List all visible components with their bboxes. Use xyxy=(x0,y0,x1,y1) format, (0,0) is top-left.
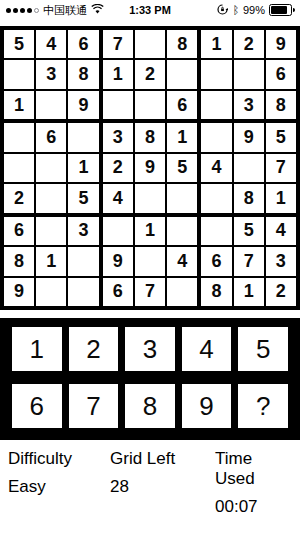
cell-r8c3[interactable] xyxy=(68,247,98,275)
cell-r1c2[interactable]: 4 xyxy=(36,30,66,58)
signal-dot xyxy=(20,8,25,13)
cell-r7c8[interactable]: 5 xyxy=(234,217,264,245)
cell-r1c3[interactable]: 6 xyxy=(68,30,98,58)
footer-bar: Setting Quit Music On xyxy=(0,517,300,533)
numpad-key-7[interactable]: 7 xyxy=(69,384,119,428)
number-pad: 123456789? xyxy=(0,318,300,440)
cell-r3c2[interactable] xyxy=(36,91,66,119)
cell-r3c4[interactable] xyxy=(103,91,133,119)
cell-r2c9[interactable]: 6 xyxy=(266,60,296,88)
bluetooth-icon: ᛒ xyxy=(232,5,239,16)
signal-strength-icon xyxy=(6,8,39,13)
cell-r5c8[interactable] xyxy=(234,154,264,182)
cell-r2c6[interactable] xyxy=(167,60,197,88)
cell-r9c9[interactable]: 2 xyxy=(266,278,296,306)
cell-r7c6[interactable] xyxy=(167,217,197,245)
cell-r6c4[interactable]: 4 xyxy=(103,184,133,212)
board-box-2: 78126 xyxy=(103,30,198,119)
cell-r6c2[interactable] xyxy=(36,184,66,212)
status-left: 中国联通 xyxy=(6,3,129,18)
cell-r4c9[interactable]: 5 xyxy=(266,123,296,151)
cell-r9c6[interactable] xyxy=(167,278,197,306)
cell-r6c7[interactable] xyxy=(201,184,231,212)
numpad-key-8[interactable]: 8 xyxy=(125,384,175,428)
stats-bar: Difficulty Easy Grid Left 28 Time Used 0… xyxy=(0,440,300,517)
cell-r5c5[interactable]: 9 xyxy=(135,154,165,182)
cell-r7c9[interactable]: 4 xyxy=(266,217,296,245)
cell-r3c5[interactable] xyxy=(135,91,165,119)
cell-r1c9[interactable]: 9 xyxy=(266,30,296,58)
cell-r5c6[interactable]: 5 xyxy=(167,154,197,182)
cell-r4c3[interactable] xyxy=(68,123,98,151)
cell-r5c1[interactable] xyxy=(4,154,34,182)
cell-r5c3[interactable]: 1 xyxy=(68,154,98,182)
sudoku-board: 5463819781261296386125381295495478163819… xyxy=(0,26,300,310)
cell-r6c3[interactable]: 5 xyxy=(68,184,98,212)
cell-r7c1[interactable]: 6 xyxy=(4,217,34,245)
cell-r4c1[interactable] xyxy=(4,123,34,151)
cell-r3c8[interactable]: 3 xyxy=(234,91,264,119)
cell-r2c4[interactable]: 1 xyxy=(103,60,133,88)
cell-r1c8[interactable]: 2 xyxy=(234,30,264,58)
numpad-key-1[interactable]: 1 xyxy=(12,327,62,371)
time-used-label: Time Used xyxy=(215,449,292,489)
cell-r8c1[interactable]: 8 xyxy=(4,247,34,275)
board-box-3: 129638 xyxy=(201,30,296,119)
status-right: ᛒ 99% xyxy=(171,4,294,17)
board-box-1: 5463819 xyxy=(4,30,99,119)
time-used-value: 00:07 xyxy=(215,497,292,517)
cell-r9c7[interactable]: 8 xyxy=(201,278,231,306)
grid-left-value: 28 xyxy=(110,477,215,497)
cell-r4c2[interactable]: 6 xyxy=(36,123,66,151)
numpad-key-3[interactable]: 3 xyxy=(125,327,175,371)
cell-r1c7[interactable]: 1 xyxy=(201,30,231,58)
cell-r8c9[interactable]: 3 xyxy=(266,247,296,275)
battery-percent-label: 99% xyxy=(243,4,265,16)
cell-r8c5[interactable] xyxy=(135,247,165,275)
cell-r8c8[interactable]: 7 xyxy=(234,247,264,275)
cell-r2c7[interactable] xyxy=(201,60,231,88)
clock: 1:33 PM xyxy=(129,4,171,16)
cell-r5c9[interactable]: 7 xyxy=(266,154,296,182)
cell-r6c8[interactable]: 8 xyxy=(234,184,264,212)
time-used-stat: Time Used 00:07 xyxy=(215,449,292,517)
cell-r7c7[interactable] xyxy=(201,217,231,245)
cell-r9c5[interactable]: 7 xyxy=(135,278,165,306)
cell-r6c1[interactable]: 2 xyxy=(4,184,34,212)
numpad-key-9[interactable]: 9 xyxy=(182,384,232,428)
cell-r3c6[interactable]: 6 xyxy=(167,91,197,119)
board-box-6: 954781 xyxy=(201,123,296,212)
cell-r4c6[interactable]: 1 xyxy=(167,123,197,151)
cell-r7c5[interactable]: 1 xyxy=(135,217,165,245)
cell-r9c8[interactable]: 1 xyxy=(234,278,264,306)
cell-r8c2[interactable]: 1 xyxy=(36,247,66,275)
signal-dot xyxy=(27,8,32,13)
difficulty-label: Difficulty xyxy=(8,449,110,469)
rotation-lock-icon xyxy=(217,4,228,17)
board-box-5: 3812954 xyxy=(103,123,198,212)
carrier-label: 中国联通 xyxy=(43,3,87,18)
board-box-4: 6125 xyxy=(4,123,99,212)
cell-r4c7[interactable] xyxy=(201,123,231,151)
numpad-key-6[interactable]: 6 xyxy=(12,384,62,428)
difficulty-value: Easy xyxy=(8,477,110,497)
cell-r6c6[interactable] xyxy=(167,184,197,212)
signal-dot xyxy=(34,8,39,13)
cell-r4c8[interactable]: 9 xyxy=(234,123,264,151)
cell-r2c3[interactable]: 8 xyxy=(68,60,98,88)
cell-r4c5[interactable]: 8 xyxy=(135,123,165,151)
cell-r9c2[interactable] xyxy=(36,278,66,306)
cell-r7c3[interactable]: 3 xyxy=(68,217,98,245)
cell-r3c7[interactable] xyxy=(201,91,231,119)
wifi-icon xyxy=(91,4,104,16)
cell-r7c2[interactable] xyxy=(36,217,66,245)
cell-r4c4[interactable]: 3 xyxy=(103,123,133,151)
board-box-7: 63819 xyxy=(4,217,99,306)
cell-r6c9[interactable]: 1 xyxy=(266,184,296,212)
grid-left-label: Grid Left xyxy=(110,449,215,469)
cell-r1c6[interactable]: 8 xyxy=(167,30,197,58)
cell-r9c4[interactable]: 6 xyxy=(103,278,133,306)
cell-r8c4[interactable]: 9 xyxy=(103,247,133,275)
cell-r9c1[interactable]: 9 xyxy=(4,278,34,306)
cell-r5c4[interactable]: 2 xyxy=(103,154,133,182)
grid-left-stat: Grid Left 28 xyxy=(110,449,215,517)
cell-r5c2[interactable] xyxy=(36,154,66,182)
cell-r3c9[interactable]: 8 xyxy=(266,91,296,119)
numpad-key-question[interactable]: ? xyxy=(238,384,288,428)
battery-icon xyxy=(269,4,292,16)
cell-r8c7[interactable]: 6 xyxy=(201,247,231,275)
cell-r6c5[interactable] xyxy=(135,184,165,212)
status-bar: 中国联通 1:33 PM ᛒ 99% xyxy=(0,0,300,20)
difficulty-stat: Difficulty Easy xyxy=(8,449,110,517)
cell-r1c5[interactable] xyxy=(135,30,165,58)
numpad-key-4[interactable]: 4 xyxy=(182,327,232,371)
board-box-9: 54673812 xyxy=(201,217,296,306)
numpad-key-2[interactable]: 2 xyxy=(69,327,119,371)
board-box-8: 19467 xyxy=(103,217,198,306)
cell-r7c4[interactable] xyxy=(103,217,133,245)
cell-r1c1[interactable]: 5 xyxy=(4,30,34,58)
numpad-key-5[interactable]: 5 xyxy=(238,327,288,371)
signal-dot xyxy=(6,8,11,13)
cell-r2c2[interactable]: 3 xyxy=(36,60,66,88)
cell-r9c3[interactable] xyxy=(68,278,98,306)
cell-r3c1[interactable]: 1 xyxy=(4,91,34,119)
cell-r8c6[interactable]: 4 xyxy=(167,247,197,275)
cell-r2c1[interactable] xyxy=(4,60,34,88)
cell-r5c7[interactable]: 4 xyxy=(201,154,231,182)
signal-dot xyxy=(13,8,18,13)
cell-r2c8[interactable] xyxy=(234,60,264,88)
cell-r3c3[interactable]: 9 xyxy=(68,91,98,119)
cell-r2c5[interactable]: 2 xyxy=(135,60,165,88)
cell-r1c4[interactable]: 7 xyxy=(103,30,133,58)
